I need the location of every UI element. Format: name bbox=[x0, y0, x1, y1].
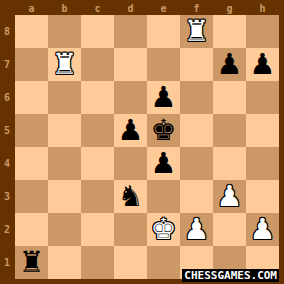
white-pawn-f2: ♟ bbox=[180, 213, 213, 246]
board-square bbox=[246, 147, 279, 180]
board-square bbox=[48, 114, 81, 147]
board-square: ♞ bbox=[114, 180, 147, 213]
board-square bbox=[81, 147, 114, 180]
board-square bbox=[180, 81, 213, 114]
board-square bbox=[15, 114, 48, 147]
board-square bbox=[246, 114, 279, 147]
board-square bbox=[114, 246, 147, 279]
board-square bbox=[180, 147, 213, 180]
board-square bbox=[213, 213, 246, 246]
board-square bbox=[180, 48, 213, 81]
white-king-e2: ♚ bbox=[147, 213, 180, 246]
board-square bbox=[15, 81, 48, 114]
board-square bbox=[246, 180, 279, 213]
file-label: e bbox=[147, 2, 180, 15]
board-square bbox=[15, 147, 48, 180]
board-square bbox=[81, 246, 114, 279]
board-square bbox=[15, 48, 48, 81]
board-square bbox=[15, 180, 48, 213]
board-square: ♟ bbox=[114, 114, 147, 147]
board-square: ♟ bbox=[180, 213, 213, 246]
board-square: ♚ bbox=[147, 114, 180, 147]
file-label: c bbox=[81, 2, 114, 15]
board-square: ♜ bbox=[15, 246, 48, 279]
black-pawn-e4: ♟ bbox=[147, 147, 180, 180]
rank-label: 5 bbox=[0, 114, 14, 147]
board-square bbox=[213, 147, 246, 180]
board-square bbox=[213, 114, 246, 147]
white-rook-f8: ♜ bbox=[180, 15, 213, 48]
board-square bbox=[147, 48, 180, 81]
board-square bbox=[114, 81, 147, 114]
file-label: f bbox=[180, 2, 213, 15]
board-square bbox=[81, 114, 114, 147]
board-square bbox=[114, 213, 147, 246]
board-square bbox=[48, 81, 81, 114]
board-square: ♜ bbox=[180, 15, 213, 48]
board-square bbox=[180, 114, 213, 147]
rank-label: 2 bbox=[0, 213, 14, 246]
rank-label: 4 bbox=[0, 147, 14, 180]
file-label: a bbox=[15, 2, 48, 15]
rank-label: 1 bbox=[0, 246, 14, 279]
board-square bbox=[48, 15, 81, 48]
black-pawn-e6: ♟ bbox=[147, 81, 180, 114]
board-square bbox=[81, 15, 114, 48]
file-label: b bbox=[48, 2, 81, 15]
board-square: ♜ bbox=[48, 48, 81, 81]
rank-label: 8 bbox=[0, 15, 14, 48]
board-square: ♟ bbox=[147, 147, 180, 180]
rank-label: 6 bbox=[0, 81, 14, 114]
file-label: d bbox=[114, 2, 147, 15]
board-square bbox=[81, 81, 114, 114]
rank-label: 3 bbox=[0, 180, 14, 213]
black-knight-d3: ♞ bbox=[114, 180, 147, 213]
board-square bbox=[81, 48, 114, 81]
board-square: ♟ bbox=[213, 180, 246, 213]
white-rook-b7: ♜ bbox=[48, 48, 81, 81]
board-square bbox=[48, 180, 81, 213]
rank-label: 7 bbox=[0, 48, 14, 81]
board-square: ♟ bbox=[147, 81, 180, 114]
watermark-label: CHESSGAMES.COM bbox=[182, 269, 279, 282]
board-square bbox=[147, 246, 180, 279]
black-pawn-g7: ♟ bbox=[213, 48, 246, 81]
board-square bbox=[15, 15, 48, 48]
board-square: ♟ bbox=[246, 48, 279, 81]
black-rook-a1: ♜ bbox=[15, 246, 48, 279]
board-square bbox=[15, 213, 48, 246]
board-square bbox=[246, 81, 279, 114]
board-square bbox=[48, 147, 81, 180]
file-label: g bbox=[213, 2, 246, 15]
white-pawn-g3: ♟ bbox=[213, 180, 246, 213]
board-square bbox=[81, 180, 114, 213]
board-square bbox=[114, 147, 147, 180]
board-square: ♚ bbox=[147, 213, 180, 246]
board-square bbox=[180, 180, 213, 213]
black-king-e5: ♚ bbox=[147, 114, 180, 147]
board-square bbox=[81, 213, 114, 246]
file-label: h bbox=[246, 2, 279, 15]
board-square bbox=[48, 246, 81, 279]
board-square: ♟ bbox=[246, 213, 279, 246]
black-pawn-h7: ♟ bbox=[246, 48, 279, 81]
board-square bbox=[114, 15, 147, 48]
black-pawn-d5: ♟ bbox=[114, 114, 147, 147]
board-square bbox=[246, 15, 279, 48]
white-pawn-h2: ♟ bbox=[246, 213, 279, 246]
board-square bbox=[213, 81, 246, 114]
board-square: ♟ bbox=[213, 48, 246, 81]
board-square bbox=[147, 15, 180, 48]
board-square bbox=[147, 180, 180, 213]
board-square bbox=[48, 213, 81, 246]
board-square bbox=[114, 48, 147, 81]
chess-board: ♜♜♟♟♟♟♚♟♞♟♚♟♟♜ bbox=[15, 15, 279, 279]
board-square bbox=[213, 15, 246, 48]
chess-board-frame: ♜♜♟♟♟♟♚♟♞♟♚♟♟♜ abcdefgh 87654321 CHESSGA… bbox=[0, 0, 284, 284]
